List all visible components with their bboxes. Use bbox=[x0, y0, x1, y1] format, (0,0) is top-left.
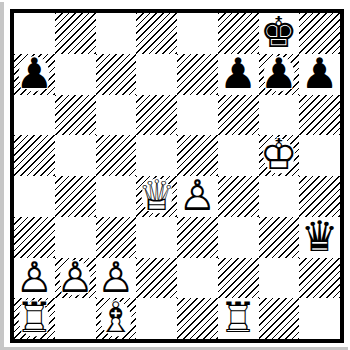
square-a4[interactable] bbox=[14, 176, 55, 217]
square-b1[interactable] bbox=[55, 298, 96, 339]
square-h1[interactable] bbox=[299, 298, 340, 339]
square-b5[interactable] bbox=[55, 135, 96, 176]
square-b4[interactable] bbox=[55, 176, 96, 217]
square-d7[interactable] bbox=[136, 54, 177, 95]
square-a2[interactable]: ♙ bbox=[14, 258, 55, 299]
square-h2[interactable] bbox=[299, 258, 340, 299]
white-pawn: ♙ bbox=[16, 258, 54, 299]
white-pawn: ♙ bbox=[56, 258, 94, 299]
square-a7[interactable]: ♟ bbox=[14, 54, 55, 95]
square-b7[interactable] bbox=[55, 54, 96, 95]
square-b6[interactable] bbox=[55, 95, 96, 136]
square-c4[interactable] bbox=[96, 176, 137, 217]
square-e6[interactable] bbox=[177, 95, 218, 136]
square-h5[interactable] bbox=[299, 135, 340, 176]
square-b3[interactable] bbox=[55, 217, 96, 258]
square-e7[interactable] bbox=[177, 54, 218, 95]
square-g5[interactable]: ♔ bbox=[259, 135, 300, 176]
square-a6[interactable] bbox=[14, 95, 55, 136]
square-c3[interactable] bbox=[96, 217, 137, 258]
square-d4[interactable]: ♕ bbox=[136, 176, 177, 217]
square-c7[interactable] bbox=[96, 54, 137, 95]
square-c2[interactable]: ♙ bbox=[96, 258, 137, 299]
square-c6[interactable] bbox=[96, 95, 137, 136]
white-rook: ♖ bbox=[16, 298, 54, 339]
square-f5[interactable] bbox=[218, 135, 259, 176]
square-d2[interactable] bbox=[136, 258, 177, 299]
square-f1[interactable]: ♖ bbox=[218, 298, 259, 339]
square-h6[interactable] bbox=[299, 95, 340, 136]
chess-board: ♚♟♟♟♟♔♕♙♛♙♙♙♖♗♖ bbox=[10, 9, 344, 343]
square-e5[interactable] bbox=[177, 135, 218, 176]
square-h8[interactable] bbox=[299, 13, 340, 54]
square-b8[interactable] bbox=[55, 13, 96, 54]
square-d6[interactable] bbox=[136, 95, 177, 136]
white-pawn: ♙ bbox=[179, 176, 217, 217]
white-king: ♔ bbox=[260, 135, 298, 176]
square-a8[interactable] bbox=[14, 13, 55, 54]
square-b2[interactable]: ♙ bbox=[55, 258, 96, 299]
square-h3[interactable]: ♛ bbox=[299, 217, 340, 258]
square-d8[interactable] bbox=[136, 13, 177, 54]
square-e3[interactable] bbox=[177, 217, 218, 258]
square-f2[interactable] bbox=[218, 258, 259, 299]
square-f3[interactable] bbox=[218, 217, 259, 258]
square-a1[interactable]: ♖ bbox=[14, 298, 55, 339]
square-d5[interactable] bbox=[136, 135, 177, 176]
square-e2[interactable] bbox=[177, 258, 218, 299]
white-bishop: ♗ bbox=[97, 298, 135, 339]
square-f4[interactable] bbox=[218, 176, 259, 217]
square-c8[interactable] bbox=[96, 13, 137, 54]
square-g7[interactable]: ♟ bbox=[259, 54, 300, 95]
white-pawn: ♙ bbox=[97, 258, 135, 299]
square-g1[interactable] bbox=[259, 298, 300, 339]
white-rook: ♖ bbox=[219, 298, 257, 339]
square-e4[interactable]: ♙ bbox=[177, 176, 218, 217]
square-f7[interactable]: ♟ bbox=[218, 54, 259, 95]
black-queen: ♛ bbox=[301, 217, 339, 258]
black-pawn: ♟ bbox=[219, 54, 257, 95]
square-d1[interactable] bbox=[136, 298, 177, 339]
square-h7[interactable]: ♟ bbox=[299, 54, 340, 95]
square-g2[interactable] bbox=[259, 258, 300, 299]
square-a3[interactable] bbox=[14, 217, 55, 258]
black-pawn: ♟ bbox=[301, 54, 339, 95]
square-e1[interactable] bbox=[177, 298, 218, 339]
square-f8[interactable] bbox=[218, 13, 259, 54]
square-g3[interactable] bbox=[259, 217, 300, 258]
black-pawn: ♟ bbox=[260, 54, 298, 95]
square-a5[interactable] bbox=[14, 135, 55, 176]
square-g6[interactable] bbox=[259, 95, 300, 136]
square-d3[interactable] bbox=[136, 217, 177, 258]
page: ♚♟♟♟♟♔♕♙♛♙♙♙♖♗♖ bbox=[0, 0, 350, 350]
black-pawn: ♟ bbox=[16, 54, 54, 95]
white-queen: ♕ bbox=[138, 176, 176, 217]
square-c5[interactable] bbox=[96, 135, 137, 176]
square-g8[interactable]: ♚ bbox=[259, 13, 300, 54]
square-f6[interactable] bbox=[218, 95, 259, 136]
square-c1[interactable]: ♗ bbox=[96, 298, 137, 339]
square-e8[interactable] bbox=[177, 13, 218, 54]
black-king: ♚ bbox=[260, 13, 298, 54]
square-g4[interactable] bbox=[259, 176, 300, 217]
square-h4[interactable] bbox=[299, 176, 340, 217]
left-edge-shadow bbox=[0, 2, 4, 348]
